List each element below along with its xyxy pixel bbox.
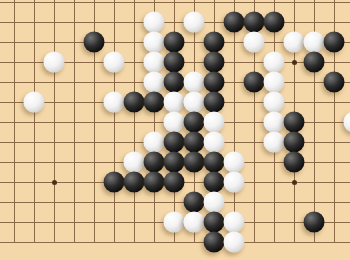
black-stone[interactable]: [184, 152, 205, 173]
board-horizontal-line: [0, 2, 350, 3]
star-point: [52, 180, 57, 185]
white-stone[interactable]: [284, 32, 305, 53]
black-stone[interactable]: [164, 32, 185, 53]
white-stone[interactable]: [184, 212, 205, 233]
black-stone[interactable]: [104, 172, 125, 193]
black-stone[interactable]: [284, 132, 305, 153]
black-stone[interactable]: [144, 152, 165, 173]
white-stone[interactable]: [184, 72, 205, 93]
white-stone[interactable]: [144, 12, 165, 33]
white-stone[interactable]: [224, 232, 245, 253]
board-horizontal-line: [0, 202, 350, 203]
white-stone[interactable]: [264, 72, 285, 93]
black-stone[interactable]: [244, 12, 265, 33]
black-stone[interactable]: [244, 72, 265, 93]
white-stone[interactable]: [224, 212, 245, 233]
black-stone[interactable]: [144, 172, 165, 193]
white-stone[interactable]: [104, 92, 125, 113]
black-stone[interactable]: [324, 32, 345, 53]
black-stone[interactable]: [164, 172, 185, 193]
black-stone[interactable]: [184, 192, 205, 213]
board-horizontal-line: [0, 242, 350, 243]
star-point: [292, 180, 297, 185]
white-stone[interactable]: [204, 192, 225, 213]
black-stone[interactable]: [164, 152, 185, 173]
white-stone[interactable]: [204, 112, 225, 133]
white-stone[interactable]: [164, 212, 185, 233]
white-stone[interactable]: [304, 32, 325, 53]
white-stone[interactable]: [264, 112, 285, 133]
white-stone[interactable]: [144, 52, 165, 73]
black-stone[interactable]: [264, 12, 285, 33]
white-stone[interactable]: [184, 12, 205, 33]
white-stone[interactable]: [164, 112, 185, 133]
white-stone[interactable]: [104, 52, 125, 73]
black-stone[interactable]: [164, 72, 185, 93]
white-stone[interactable]: [144, 32, 165, 53]
black-stone[interactable]: [284, 152, 305, 173]
white-stone[interactable]: [224, 152, 245, 173]
white-stone[interactable]: [224, 172, 245, 193]
white-stone[interactable]: [184, 92, 205, 113]
black-stone[interactable]: [284, 112, 305, 133]
white-stone[interactable]: [24, 92, 45, 113]
black-stone[interactable]: [144, 92, 165, 113]
black-stone[interactable]: [184, 132, 205, 153]
white-stone[interactable]: [264, 92, 285, 113]
white-stone[interactable]: [164, 92, 185, 113]
white-stone[interactable]: [344, 112, 350, 133]
black-stone[interactable]: [124, 172, 145, 193]
black-stone[interactable]: [204, 72, 225, 93]
white-stone[interactable]: [124, 152, 145, 173]
black-stone[interactable]: [324, 72, 345, 93]
black-stone[interactable]: [84, 32, 105, 53]
white-stone[interactable]: [144, 132, 165, 153]
black-stone[interactable]: [204, 152, 225, 173]
black-stone[interactable]: [224, 12, 245, 33]
black-stone[interactable]: [164, 52, 185, 73]
go-board[interactable]: [0, 0, 350, 260]
white-stone[interactable]: [144, 72, 165, 93]
black-stone[interactable]: [204, 32, 225, 53]
white-stone[interactable]: [44, 52, 65, 73]
board-horizontal-line: [0, 22, 350, 23]
black-stone[interactable]: [184, 112, 205, 133]
white-stone[interactable]: [264, 52, 285, 73]
white-stone[interactable]: [244, 32, 265, 53]
black-stone[interactable]: [304, 52, 325, 73]
black-stone[interactable]: [204, 232, 225, 253]
black-stone[interactable]: [164, 132, 185, 153]
black-stone[interactable]: [204, 52, 225, 73]
go-board-screenshot: [0, 0, 350, 260]
star-point: [292, 60, 297, 65]
black-stone[interactable]: [204, 92, 225, 113]
white-stone[interactable]: [264, 132, 285, 153]
black-stone[interactable]: [124, 92, 145, 113]
black-stone[interactable]: [204, 172, 225, 193]
white-stone[interactable]: [204, 132, 225, 153]
black-stone[interactable]: [204, 212, 225, 233]
black-stone[interactable]: [304, 212, 325, 233]
